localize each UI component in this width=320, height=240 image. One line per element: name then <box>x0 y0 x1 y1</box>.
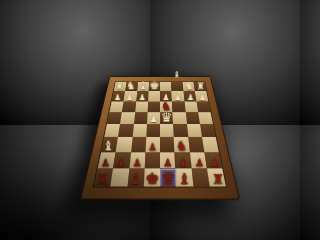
square-e1[interactable]: ♚ <box>148 82 150 91</box>
board-tilt: ♝ ♜♞♝♚♞♜♟♟♟♟♟♟♟♞♟♛♝♟♞♟♟♟♟♟♟♟♜♝♚♛♝♜ <box>91 81 150 125</box>
square-g4[interactable] <box>120 112 134 124</box>
piece-wP-f2[interactable]: ♟ <box>138 93 145 101</box>
square-f3[interactable] <box>135 101 148 112</box>
square-e5[interactable] <box>146 124 150 125</box>
square-h3[interactable] <box>109 101 123 112</box>
piece-wP-e4[interactable]: ♟ <box>149 115 150 124</box>
square-e4[interactable]: ♟ <box>147 112 150 124</box>
piece-stand: ♚ <box>148 76 150 92</box>
scene: ♝ ♜♞♝♚♞♜♟♟♟♟♟♟♟♞♟♛♝♟♞♟♟♟♟♟♟♟♜♝♚♛♝♜ <box>0 0 150 125</box>
piece-wP-h2[interactable]: ♟ <box>114 93 121 101</box>
piece-stand: ♟ <box>147 106 150 124</box>
chess-board-grid[interactable]: ♜♞♝♚♞♜♟♟♟♟♟♟♟♞♟♛♝♟♞♟♟♟♟♟♟♟♜♝♚♛♝♜ <box>93 81 150 125</box>
piece-wP-g2[interactable]: ♟ <box>126 93 133 101</box>
square-f4[interactable] <box>134 112 148 124</box>
piece-stand: ♟ <box>112 85 124 101</box>
piece-stand: ♟ <box>124 85 136 101</box>
square-g5[interactable] <box>118 124 133 125</box>
square-g2[interactable]: ♟ <box>124 91 137 101</box>
square-f5[interactable] <box>132 124 147 125</box>
square-g3[interactable] <box>122 101 136 112</box>
square-f2[interactable]: ♟ <box>136 91 149 101</box>
square-h5[interactable] <box>104 124 120 125</box>
piece-stand: ♟ <box>136 85 148 101</box>
board-frame: ♝ ♜♞♝♚♞♜♟♟♟♟♟♟♟♞♟♛♝♟♞♟♟♟♟♟♟♟♜♝♚♛♝♜ <box>80 76 150 125</box>
piece-wK-e1[interactable]: ♚ <box>149 80 150 91</box>
